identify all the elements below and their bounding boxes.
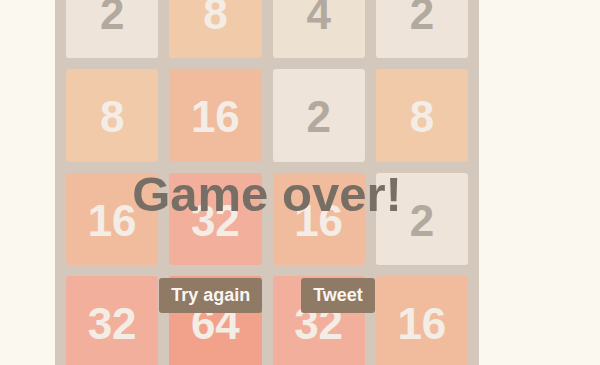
game-board: 2 8 4 2 8 16 2 8 16 32 16 2 32 64 32 16 … <box>55 0 479 365</box>
try-again-button[interactable]: Try again <box>159 278 262 313</box>
game-over-overlay: Game over! Try again Tweet <box>55 0 479 365</box>
game-over-message: Game over! <box>55 165 479 223</box>
tweet-button[interactable]: Tweet <box>301 278 375 313</box>
overlay-buttons: Try again Tweet <box>55 278 479 313</box>
